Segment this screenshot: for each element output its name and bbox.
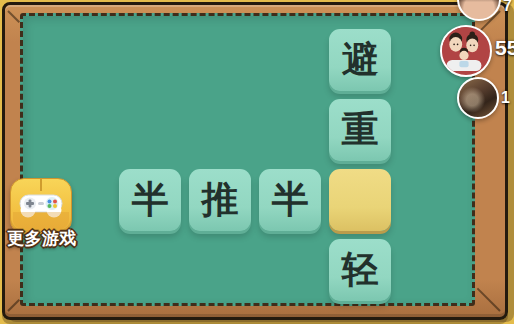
empty-slot-tile[interactable] [329,169,391,231]
tile-ban-1: 半 [119,169,181,231]
game-screen: 避 重 半 推 半 轻 [0,0,514,324]
puzzle-grid: 避 重 半 推 半 轻 [119,29,391,301]
frame-corner-joint [477,288,501,312]
tile-character: 轻 [342,245,379,295]
gamepad-glyph [18,191,64,221]
family-illustration [442,27,486,71]
player-avatar-3[interactable] [457,77,499,119]
tile-ban-2: 半 [259,169,321,231]
player-score-3: 1 [501,89,510,107]
tile-bi: 避 [329,29,391,91]
player-score-2: 55 [495,36,514,60]
tile-zhong: 重 [329,99,391,161]
tile-tui: 推 [189,169,251,231]
tile-qing: 轻 [329,239,391,301]
more-games-button[interactable]: 更多游戏 [2,178,82,250]
tile-character: 推 [202,175,239,225]
player-score-1: 7 [503,0,512,15]
player-avatar-2-family[interactable] [440,25,492,77]
frame-corner-joint [7,10,20,23]
tile-character: 重 [342,105,379,155]
more-games-label: 更多游戏 [2,227,82,250]
tile-character: 避 [342,35,379,85]
frame-corner-joint [7,299,20,312]
tile-character: 半 [272,175,309,225]
gamepad-icon [10,178,72,234]
tile-character: 半 [132,175,169,225]
